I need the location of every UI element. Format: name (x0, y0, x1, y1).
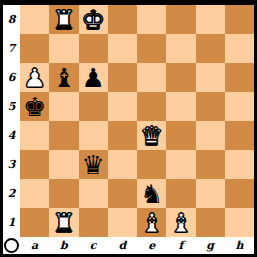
square-g3[interactable] (196, 150, 225, 179)
square-b3[interactable] (49, 150, 78, 179)
square-f8[interactable] (166, 5, 195, 34)
square-c1[interactable] (79, 208, 108, 237)
square-c4[interactable] (79, 121, 108, 150)
square-d1[interactable] (108, 208, 137, 237)
square-h7[interactable] (225, 34, 254, 63)
white-queen[interactable]: ♛ (140, 123, 163, 149)
square-d3[interactable] (108, 150, 137, 179)
square-b8[interactable]: ♜ (49, 5, 78, 34)
square-f2[interactable] (166, 179, 195, 208)
white-king[interactable]: ♚ (81, 7, 104, 33)
rank-label-4: 4 (3, 121, 20, 150)
square-d5[interactable] (108, 92, 137, 121)
white-rook[interactable]: ♜ (52, 210, 75, 236)
square-e3[interactable] (137, 150, 166, 179)
file-label-g: g (196, 237, 225, 254)
square-g8[interactable] (196, 5, 225, 34)
square-f4[interactable] (166, 121, 195, 150)
square-e5[interactable] (137, 92, 166, 121)
square-b2[interactable] (49, 179, 78, 208)
square-h6[interactable] (225, 63, 254, 92)
black-king[interactable]: ♚ (23, 94, 46, 120)
square-d2[interactable] (108, 179, 137, 208)
square-a6[interactable]: ♟ (20, 63, 49, 92)
square-c7[interactable] (79, 34, 108, 63)
square-h4[interactable] (225, 121, 254, 150)
square-b4[interactable] (49, 121, 78, 150)
square-g2[interactable] (196, 179, 225, 208)
square-g6[interactable] (196, 63, 225, 92)
square-d8[interactable] (108, 5, 137, 34)
square-d6[interactable] (108, 63, 137, 92)
square-b6[interactable]: ♝ (49, 63, 78, 92)
file-label-f: f (166, 237, 195, 254)
rank-label-7: 7 (3, 34, 20, 63)
square-f1[interactable]: ♝ (166, 208, 195, 237)
chess-diagram: 8♜♚76♟♝♟5♚4♛3♛2♞1♜♝♝abcdefgh (0, 0, 257, 257)
white-bishop[interactable]: ♝ (140, 210, 163, 236)
white-pawn[interactable]: ♟ (23, 65, 46, 91)
file-label-e: e (137, 237, 166, 254)
square-h5[interactable] (225, 92, 254, 121)
rank-label-2: 2 (3, 179, 20, 208)
square-e1[interactable]: ♝ (137, 208, 166, 237)
square-f3[interactable] (166, 150, 195, 179)
square-a4[interactable] (20, 121, 49, 150)
side-to-move-indicator (3, 237, 20, 254)
square-e6[interactable] (137, 63, 166, 92)
square-f5[interactable] (166, 92, 195, 121)
black-queen[interactable]: ♛ (81, 152, 104, 178)
square-d7[interactable] (108, 34, 137, 63)
square-d4[interactable] (108, 121, 137, 150)
file-label-b: b (49, 237, 78, 254)
rank-label-5: 5 (3, 92, 20, 121)
square-a5[interactable]: ♚ (20, 92, 49, 121)
square-c3[interactable]: ♛ (79, 150, 108, 179)
square-e8[interactable] (137, 5, 166, 34)
file-label-h: h (225, 237, 254, 254)
square-h3[interactable] (225, 150, 254, 179)
square-h8[interactable] (225, 5, 254, 34)
square-g4[interactable] (196, 121, 225, 150)
square-h2[interactable] (225, 179, 254, 208)
white-to-move-circle (4, 238, 19, 253)
square-h1[interactable] (225, 208, 254, 237)
square-a2[interactable] (20, 179, 49, 208)
square-c8[interactable]: ♚ (79, 5, 108, 34)
square-e4[interactable]: ♛ (137, 121, 166, 150)
square-f6[interactable] (166, 63, 195, 92)
square-a8[interactable] (20, 5, 49, 34)
diagram-inner: 8♜♚76♟♝♟5♚4♛3♛2♞1♜♝♝abcdefgh (3, 5, 254, 254)
square-a7[interactable] (20, 34, 49, 63)
rank-label-6: 6 (3, 63, 20, 92)
square-b7[interactable] (49, 34, 78, 63)
square-g7[interactable] (196, 34, 225, 63)
square-c2[interactable] (79, 179, 108, 208)
square-b1[interactable]: ♜ (49, 208, 78, 237)
square-a3[interactable] (20, 150, 49, 179)
black-pawn[interactable]: ♟ (81, 65, 104, 91)
square-b5[interactable] (49, 92, 78, 121)
file-label-c: c (79, 237, 108, 254)
file-label-a: a (20, 237, 49, 254)
square-c5[interactable] (79, 92, 108, 121)
square-c6[interactable]: ♟ (79, 63, 108, 92)
file-label-d: d (108, 237, 137, 254)
square-e7[interactable] (137, 34, 166, 63)
rank-label-3: 3 (3, 150, 20, 179)
square-g1[interactable] (196, 208, 225, 237)
black-bishop[interactable]: ♝ (52, 65, 75, 91)
rank-label-1: 1 (3, 208, 20, 237)
rank-label-8: 8 (3, 5, 20, 34)
square-a1[interactable] (20, 208, 49, 237)
white-rook[interactable]: ♜ (52, 7, 75, 33)
square-g5[interactable] (196, 92, 225, 121)
square-e2[interactable]: ♞ (137, 179, 166, 208)
white-bishop[interactable]: ♝ (169, 210, 192, 236)
square-f7[interactable] (166, 34, 195, 63)
black-knight[interactable]: ♞ (140, 181, 163, 207)
